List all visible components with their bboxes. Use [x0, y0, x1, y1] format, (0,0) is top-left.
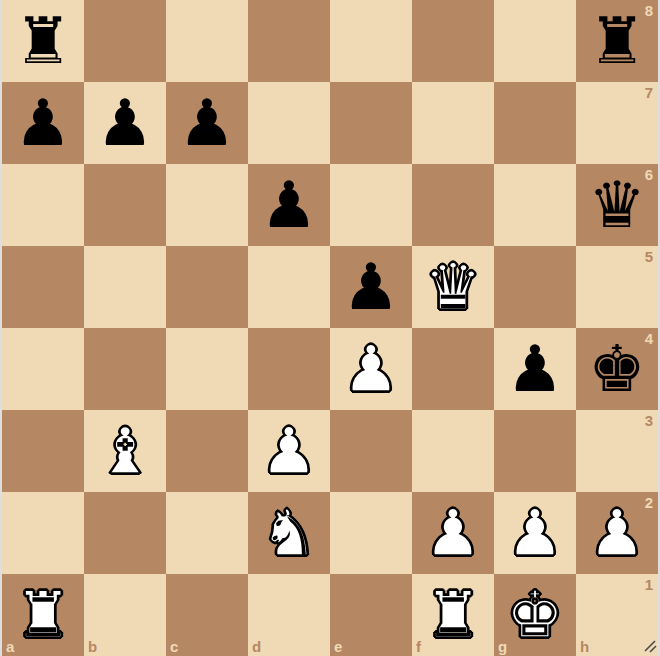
piece-black-king-h4[interactable]: ♚: [576, 328, 658, 410]
piece-white-queen-f5[interactable]: ♛: [412, 246, 494, 328]
square-b7[interactable]: ♟: [84, 82, 166, 164]
piece-black-pawn-e5[interactable]: ♟: [330, 246, 412, 328]
square-e2[interactable]: [330, 492, 412, 574]
square-a8[interactable]: ♜: [2, 0, 84, 82]
page: ♜8♜♟♟♟7♟6♛♟♛5♟♟4♚♝♟3♞♟♟2♟a♜bcdef♜g♚1h: [0, 0, 660, 656]
square-g1[interactable]: g♚: [494, 574, 576, 656]
square-e4[interactable]: ♟: [330, 328, 412, 410]
square-e6[interactable]: [330, 164, 412, 246]
square-g3[interactable]: [494, 410, 576, 492]
file-label-b: b: [88, 638, 97, 655]
piece-white-rook-f1[interactable]: ♜: [412, 574, 494, 656]
chess-board: ♜8♜♟♟♟7♟6♛♟♛5♟♟4♚♝♟3♞♟♟2♟a♜bcdef♜g♚1h: [2, 0, 658, 656]
square-c6[interactable]: [166, 164, 248, 246]
square-d7[interactable]: [248, 82, 330, 164]
square-d6[interactable]: ♟: [248, 164, 330, 246]
square-e7[interactable]: [330, 82, 412, 164]
square-g5[interactable]: [494, 246, 576, 328]
rank-label-5: 5: [645, 248, 653, 265]
rank-label-7: 7: [645, 84, 653, 101]
square-f5[interactable]: ♛: [412, 246, 494, 328]
square-b2[interactable]: [84, 492, 166, 574]
file-label-h: h: [580, 638, 589, 655]
square-e3[interactable]: [330, 410, 412, 492]
piece-black-pawn-b7[interactable]: ♟: [84, 82, 166, 164]
square-d5[interactable]: [248, 246, 330, 328]
square-a3[interactable]: [2, 410, 84, 492]
square-a4[interactable]: [2, 328, 84, 410]
square-h5[interactable]: 5: [576, 246, 658, 328]
square-c5[interactable]: [166, 246, 248, 328]
piece-black-pawn-d6[interactable]: ♟: [248, 164, 330, 246]
file-label-d: d: [252, 638, 261, 655]
square-c3[interactable]: [166, 410, 248, 492]
square-e8[interactable]: [330, 0, 412, 82]
square-b4[interactable]: [84, 328, 166, 410]
square-a6[interactable]: [2, 164, 84, 246]
square-c2[interactable]: [166, 492, 248, 574]
square-b1[interactable]: b: [84, 574, 166, 656]
file-label-c: c: [170, 638, 178, 655]
file-label-e: e: [334, 638, 342, 655]
piece-white-pawn-e4[interactable]: ♟: [330, 328, 412, 410]
square-c4[interactable]: [166, 328, 248, 410]
square-a7[interactable]: ♟: [2, 82, 84, 164]
square-h7[interactable]: 7: [576, 82, 658, 164]
square-b5[interactable]: [84, 246, 166, 328]
square-g6[interactable]: [494, 164, 576, 246]
piece-white-pawn-f2[interactable]: ♟: [412, 492, 494, 574]
square-d3[interactable]: ♟: [248, 410, 330, 492]
square-e1[interactable]: e: [330, 574, 412, 656]
square-a1[interactable]: a♜: [2, 574, 84, 656]
square-h6[interactable]: 6♛: [576, 164, 658, 246]
square-b3[interactable]: ♝: [84, 410, 166, 492]
piece-black-pawn-a7[interactable]: ♟: [2, 82, 84, 164]
piece-white-rook-a1[interactable]: ♜: [2, 574, 84, 656]
square-f7[interactable]: [412, 82, 494, 164]
square-f1[interactable]: f♜: [412, 574, 494, 656]
piece-black-pawn-g4[interactable]: ♟: [494, 328, 576, 410]
piece-white-pawn-h2[interactable]: ♟: [576, 492, 658, 574]
piece-black-rook-h8[interactable]: ♜: [576, 0, 658, 82]
square-c8[interactable]: [166, 0, 248, 82]
square-g4[interactable]: ♟: [494, 328, 576, 410]
square-a5[interactable]: [2, 246, 84, 328]
piece-black-rook-a8[interactable]: ♜: [2, 0, 84, 82]
square-g8[interactable]: [494, 0, 576, 82]
square-h8[interactable]: 8♜: [576, 0, 658, 82]
piece-white-pawn-d3[interactable]: ♟: [248, 410, 330, 492]
square-h3[interactable]: 3: [576, 410, 658, 492]
square-f2[interactable]: ♟: [412, 492, 494, 574]
square-d2[interactable]: ♞: [248, 492, 330, 574]
square-d1[interactable]: d: [248, 574, 330, 656]
piece-white-knight-d2[interactable]: ♞: [248, 492, 330, 574]
rank-label-3: 3: [645, 412, 653, 429]
square-e5[interactable]: ♟: [330, 246, 412, 328]
piece-black-queen-h6[interactable]: ♛: [576, 164, 658, 246]
piece-white-king-g1[interactable]: ♚: [494, 574, 576, 656]
piece-white-bishop-b3[interactable]: ♝: [84, 410, 166, 492]
piece-white-pawn-g2[interactable]: ♟: [494, 492, 576, 574]
square-f8[interactable]: [412, 0, 494, 82]
square-d8[interactable]: [248, 0, 330, 82]
square-f4[interactable]: [412, 328, 494, 410]
rank-label-1: 1: [645, 576, 653, 593]
square-f6[interactable]: [412, 164, 494, 246]
piece-black-pawn-c7[interactable]: ♟: [166, 82, 248, 164]
square-b8[interactable]: [84, 0, 166, 82]
square-g7[interactable]: [494, 82, 576, 164]
board-resize-handle-icon[interactable]: [643, 639, 657, 653]
square-c7[interactable]: ♟: [166, 82, 248, 164]
square-g2[interactable]: ♟: [494, 492, 576, 574]
square-h4[interactable]: 4♚: [576, 328, 658, 410]
square-f3[interactable]: [412, 410, 494, 492]
square-h2[interactable]: 2♟: [576, 492, 658, 574]
square-b6[interactable]: [84, 164, 166, 246]
square-a2[interactable]: [2, 492, 84, 574]
square-c1[interactable]: c: [166, 574, 248, 656]
square-d4[interactable]: [248, 328, 330, 410]
